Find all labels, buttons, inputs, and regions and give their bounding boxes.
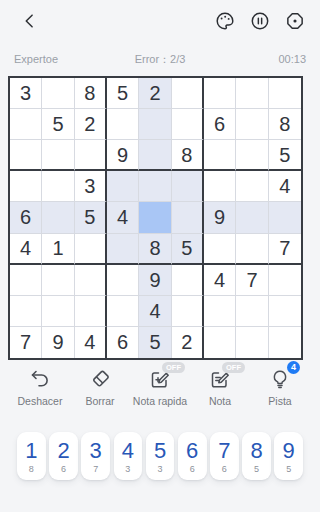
cell-r1c1[interactable]: 3 <box>10 78 42 109</box>
sudoku-board: 38525268985346549418579474794652 <box>8 76 303 360</box>
numpad-remaining-count: 6 <box>190 465 195 474</box>
cell-r9c5[interactable]: 5 <box>139 327 171 358</box>
cell-r6c9[interactable]: 7 <box>269 234 301 265</box>
undo-label: Deshacer <box>18 395 63 407</box>
back-button[interactable] <box>18 9 42 33</box>
cell-r2c9[interactable]: 8 <box>269 109 301 140</box>
cell-r4c4[interactable] <box>107 171 139 202</box>
numpad-digit: 9 <box>283 440 295 462</box>
cell-r4c6[interactable] <box>172 171 204 202</box>
cell-r6c6[interactable]: 5 <box>172 234 204 265</box>
cell-r2c6[interactable] <box>172 109 204 140</box>
cell-r6c4[interactable] <box>107 234 139 265</box>
erase-button[interactable]: Borrar <box>70 366 130 414</box>
numpad-digit: 7 <box>218 440 230 462</box>
pause-icon[interactable] <box>248 9 271 32</box>
cell-r1c9[interactable] <box>269 78 301 109</box>
numpad-remaining-count: 5 <box>254 465 259 474</box>
cell-r5c6[interactable] <box>172 202 204 233</box>
cell-r7c8[interactable]: 7 <box>236 265 268 296</box>
cell-r5c3[interactable]: 5 <box>75 202 107 233</box>
numpad-button-3[interactable]: 37 <box>81 432 110 480</box>
cell-r4c1[interactable] <box>10 171 42 202</box>
cell-r4c5[interactable] <box>139 171 171 202</box>
back-chevron-icon <box>20 11 40 31</box>
cell-r4c7[interactable] <box>204 171 236 202</box>
numpad-digit: 3 <box>90 440 102 462</box>
numpad-button-2[interactable]: 26 <box>49 432 78 480</box>
note-button[interactable]: OFF Nota <box>190 366 250 414</box>
cell-r5c8[interactable] <box>236 202 268 233</box>
cell-r7c5[interactable]: 9 <box>139 265 171 296</box>
header-icons <box>213 9 306 32</box>
cell-r3c1[interactable] <box>10 140 42 171</box>
cell-r1c6[interactable] <box>172 78 204 109</box>
numpad-digit: 2 <box>57 440 69 462</box>
numpad-digit: 1 <box>25 440 37 462</box>
cell-r9c3[interactable]: 4 <box>75 327 107 358</box>
cell-r2c5[interactable] <box>139 109 171 140</box>
difficulty-label: Expertoe <box>14 53 58 65</box>
cell-r1c7[interactable] <box>204 78 236 109</box>
numpad-remaining-count: 8 <box>29 465 34 474</box>
cell-r3c7[interactable] <box>204 140 236 171</box>
bulb-icon: 4 <box>267 366 293 392</box>
cell-r4c9[interactable]: 4 <box>269 171 301 202</box>
header-bar <box>0 6 320 36</box>
cell-r3c3[interactable] <box>75 140 107 171</box>
cell-r8c6[interactable] <box>172 296 204 327</box>
cell-r8c2[interactable] <box>42 296 74 327</box>
numpad-remaining-count: 7 <box>93 465 98 474</box>
cell-r6c1[interactable]: 4 <box>10 234 42 265</box>
numpad-button-1[interactable]: 18 <box>17 432 46 480</box>
quick-note-icon: OFF <box>147 366 173 392</box>
cell-r1c2[interactable] <box>42 78 74 109</box>
timer: 00:13 <box>278 53 306 65</box>
cell-r6c2[interactable]: 1 <box>42 234 74 265</box>
cell-r7c6[interactable] <box>172 265 204 296</box>
cell-r6c5[interactable]: 8 <box>139 234 171 265</box>
cell-r9c1[interactable]: 7 <box>10 327 42 358</box>
numpad-button-6[interactable]: 66 <box>178 432 207 480</box>
cell-r3c9[interactable]: 5 <box>269 140 301 171</box>
cell-r2c4[interactable] <box>107 109 139 140</box>
hint-label: Pista <box>268 395 291 407</box>
numpad-digit: 5 <box>154 440 166 462</box>
cell-r7c2[interactable] <box>42 265 74 296</box>
cell-r6c3[interactable] <box>75 234 107 265</box>
cell-r1c4[interactable]: 5 <box>107 78 139 109</box>
toolbar: Deshacer Borrar OFF Nota rapida <box>10 366 310 414</box>
cell-r8c7[interactable] <box>204 296 236 327</box>
cell-r2c2[interactable]: 5 <box>42 109 74 140</box>
cell-r1c5[interactable]: 2 <box>139 78 171 109</box>
undo-icon <box>27 366 53 392</box>
cell-r2c8[interactable] <box>236 109 268 140</box>
numpad-digit: 8 <box>250 440 262 462</box>
note-label: Nota <box>209 395 231 407</box>
erase-label: Borrar <box>85 395 114 407</box>
cell-r7c4[interactable] <box>107 265 139 296</box>
cell-r6c7[interactable] <box>204 234 236 265</box>
cell-r2c3[interactable]: 2 <box>75 109 107 140</box>
cell-r3c4[interactable]: 9 <box>107 140 139 171</box>
quick-note-button[interactable]: OFF Nota rapida <box>130 366 190 414</box>
numpad-remaining-count: 3 <box>158 465 163 474</box>
status-bar: Error：2/3 Expertoe 00:13 <box>14 51 306 67</box>
eraser-icon <box>87 366 113 392</box>
cell-r2c1[interactable] <box>10 109 42 140</box>
cell-r2c7[interactable]: 6 <box>204 109 236 140</box>
cell-r4c2[interactable] <box>42 171 74 202</box>
numpad-button-7[interactable]: 76 <box>210 432 239 480</box>
cell-r7c3[interactable] <box>75 265 107 296</box>
number-pad: 182637435366768595 <box>17 432 303 480</box>
numpad-button-9[interactable]: 95 <box>274 432 303 480</box>
numpad-button-5[interactable]: 53 <box>146 432 175 480</box>
undo-button[interactable]: Deshacer <box>10 366 70 414</box>
cell-r8c5[interactable]: 4 <box>139 296 171 327</box>
cell-r9c4[interactable]: 6 <box>107 327 139 358</box>
numpad-digit: 6 <box>186 440 198 462</box>
cell-r9c9[interactable] <box>269 327 301 358</box>
cell-r3c5[interactable] <box>139 140 171 171</box>
hint-button[interactable]: 4 Pista <box>250 366 310 414</box>
cell-r1c8[interactable] <box>236 78 268 109</box>
record-icon[interactable] <box>283 9 306 32</box>
cell-r5c4[interactable]: 4 <box>107 202 139 233</box>
cell-r5c2[interactable] <box>42 202 74 233</box>
cell-r3c8[interactable] <box>236 140 268 171</box>
cell-r3c2[interactable] <box>42 140 74 171</box>
numpad-button-8[interactable]: 85 <box>242 432 271 480</box>
hint-count-badge: 4 <box>287 361 300 374</box>
palette-icon[interactable] <box>213 9 236 32</box>
quick-note-off-badge: OFF <box>162 362 185 373</box>
cell-r4c3[interactable]: 3 <box>75 171 107 202</box>
numpad-remaining-count: 5 <box>286 465 291 474</box>
cell-r5c5[interactable] <box>139 202 171 233</box>
quick-note-label: Nota rapida <box>133 395 187 407</box>
cell-r9c7[interactable] <box>204 327 236 358</box>
numpad-digit: 4 <box>122 440 134 462</box>
cell-r7c1[interactable] <box>10 265 42 296</box>
cell-r8c4[interactable] <box>107 296 139 327</box>
note-icon: OFF <box>207 366 233 392</box>
cell-r1c3[interactable]: 8 <box>75 78 107 109</box>
cell-r5c9[interactable] <box>269 202 301 233</box>
numpad-button-4[interactable]: 43 <box>114 432 143 480</box>
cell-r9c8[interactable] <box>236 327 268 358</box>
cell-r8c8[interactable] <box>236 296 268 327</box>
cell-r9c2[interactable]: 9 <box>42 327 74 358</box>
note-off-badge: OFF <box>222 362 245 373</box>
numpad-remaining-count: 6 <box>222 465 227 474</box>
cell-r5c1[interactable]: 6 <box>10 202 42 233</box>
cell-r6c8[interactable] <box>236 234 268 265</box>
cell-r7c7[interactable]: 4 <box>204 265 236 296</box>
cell-r8c9[interactable] <box>269 296 301 327</box>
cell-r8c1[interactable] <box>10 296 42 327</box>
numpad-remaining-count: 6 <box>61 465 66 474</box>
cell-r5c7[interactable]: 9 <box>204 202 236 233</box>
cell-r3c6[interactable]: 8 <box>172 140 204 171</box>
cell-r4c8[interactable] <box>236 171 268 202</box>
numpad-remaining-count: 3 <box>125 465 130 474</box>
cell-r9c6[interactable]: 2 <box>172 327 204 358</box>
sudoku-app: Error：2/3 Expertoe 00:13 385252689853465… <box>0 0 320 512</box>
cell-r7c9[interactable] <box>269 265 301 296</box>
cell-r8c3[interactable] <box>75 296 107 327</box>
